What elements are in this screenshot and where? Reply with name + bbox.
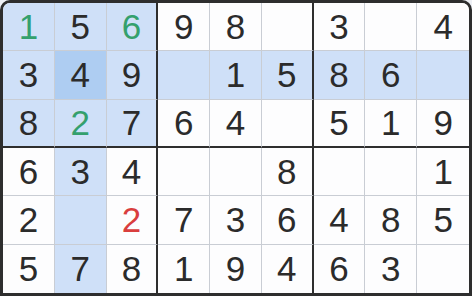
sudoku-grid: 1569834349158682764519634812273648557819…: [3, 3, 469, 293]
cell-r5c1[interactable]: 2: [3, 196, 55, 244]
cell-r6c9[interactable]: [417, 245, 469, 293]
cell-r2c8[interactable]: 6: [365, 51, 417, 99]
cell-r1c7[interactable]: 3: [314, 3, 366, 51]
cell-r2c1[interactable]: 3: [3, 51, 55, 99]
cell-r3c9[interactable]: 9: [417, 100, 469, 148]
cell-r2c9[interactable]: [417, 51, 469, 99]
cell-r4c6[interactable]: 8: [262, 148, 314, 196]
cell-r2c3[interactable]: 9: [107, 51, 159, 99]
cell-r6c3[interactable]: 8: [107, 245, 159, 293]
cell-r5c5[interactable]: 3: [210, 196, 262, 244]
cell-r1c9[interactable]: 4: [417, 3, 469, 51]
cell-r1c2[interactable]: 5: [55, 3, 107, 51]
cell-r4c1[interactable]: 6: [3, 148, 55, 196]
cell-r1c5[interactable]: 8: [210, 3, 262, 51]
cell-r3c2[interactable]: 2: [55, 100, 107, 148]
cell-r6c8[interactable]: 3: [365, 245, 417, 293]
cell-r3c8[interactable]: 1: [365, 100, 417, 148]
cell-r3c7[interactable]: 5: [314, 100, 366, 148]
cell-r3c3[interactable]: 7: [107, 100, 159, 148]
cell-r6c2[interactable]: 7: [55, 245, 107, 293]
cell-r5c4[interactable]: 7: [158, 196, 210, 244]
cell-r6c6[interactable]: 4: [262, 245, 314, 293]
cell-r1c6[interactable]: [262, 3, 314, 51]
cell-r3c5[interactable]: 4: [210, 100, 262, 148]
cell-r2c2-selected[interactable]: 4: [55, 51, 107, 99]
sudoku-board: 1569834349158682764519634812273648557819…: [0, 0, 472, 296]
cell-r5c6[interactable]: 6: [262, 196, 314, 244]
cell-r1c3[interactable]: 6: [107, 3, 159, 51]
cell-r5c3[interactable]: 2: [107, 196, 159, 244]
cell-r2c4[interactable]: [158, 51, 210, 99]
cell-r1c4[interactable]: 9: [158, 3, 210, 51]
cell-r2c6[interactable]: 5: [262, 51, 314, 99]
cell-r3c1[interactable]: 8: [3, 100, 55, 148]
cell-r6c7[interactable]: 6: [314, 245, 366, 293]
cell-r3c4[interactable]: 6: [158, 100, 210, 148]
cell-r4c5[interactable]: [210, 148, 262, 196]
cell-r6c1[interactable]: 5: [3, 245, 55, 293]
cell-r5c9[interactable]: 5: [417, 196, 469, 244]
cell-r4c8[interactable]: [365, 148, 417, 196]
cell-r5c8[interactable]: 8: [365, 196, 417, 244]
cell-r4c3[interactable]: 4: [107, 148, 159, 196]
cell-r2c5[interactable]: 1: [210, 51, 262, 99]
cell-r5c2[interactable]: [55, 196, 107, 244]
cell-r6c5[interactable]: 9: [210, 245, 262, 293]
cell-r4c9[interactable]: 1: [417, 148, 469, 196]
cell-r4c7[interactable]: [314, 148, 366, 196]
cell-r5c7[interactable]: 4: [314, 196, 366, 244]
cell-r1c8[interactable]: [365, 3, 417, 51]
cell-r1c1[interactable]: 1: [3, 3, 55, 51]
cell-r3c6[interactable]: [262, 100, 314, 148]
cell-r4c2[interactable]: 3: [55, 148, 107, 196]
cell-r2c7[interactable]: 8: [314, 51, 366, 99]
cell-r6c4[interactable]: 1: [158, 245, 210, 293]
cell-r4c4[interactable]: [158, 148, 210, 196]
